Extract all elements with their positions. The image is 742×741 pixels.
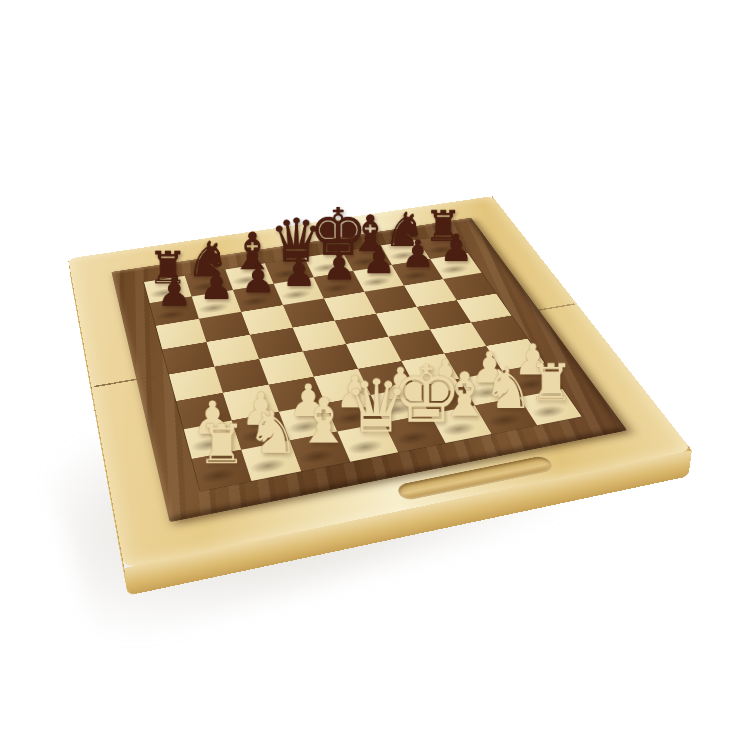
piece-black-pawn[interactable]: ♟: [153, 273, 196, 313]
piece-white-knight[interactable]: ♞: [247, 403, 297, 463]
piece-white-bishop[interactable]: ♝: [296, 390, 346, 453]
piece-white-rook[interactable]: ♜: [197, 417, 248, 472]
piece-white-rook[interactable]: ♜: [527, 357, 575, 408]
square-b5[interactable]: [206, 335, 259, 367]
piece-black-pawn[interactable]: ♟: [319, 248, 360, 286]
square-a1[interactable]: ♜: [192, 450, 252, 491]
square-e5[interactable]: [335, 314, 389, 344]
square-c5[interactable]: [250, 328, 303, 359]
square-b1[interactable]: ♞: [241, 441, 301, 481]
square-b6[interactable]: [199, 312, 250, 342]
piece-black-pawn[interactable]: ♟: [436, 230, 476, 267]
piece-black-pawn[interactable]: ♟: [278, 254, 320, 293]
product-photo-scene: ♜♞♝♛♚♝♞♜♟♟♟♟♟♟♟♟♟♟♟♟♟♟♟♟♜♞♝♛♚♝♞♜: [0, 0, 742, 741]
chess-board: ♜♞♝♛♚♝♞♜♟♟♟♟♟♟♟♟♟♟♟♟♟♟♟♟♜♞♝♛♚♝♞♜: [68, 196, 692, 568]
piece-black-pawn[interactable]: ♟: [237, 260, 279, 299]
chess-grid: ♜♞♝♛♚♝♞♜♟♟♟♟♟♟♟♟♟♟♟♟♟♟♟♟♜♞♝♛♚♝♞♜: [144, 234, 582, 491]
piece-black-pawn[interactable]: ♟: [359, 241, 400, 279]
piece-black-pawn[interactable]: ♟: [196, 266, 238, 305]
piece-black-pawn[interactable]: ♟: [398, 236, 439, 274]
square-a7[interactable]: ♟: [150, 297, 199, 326]
square-a6[interactable]: [156, 319, 207, 350]
